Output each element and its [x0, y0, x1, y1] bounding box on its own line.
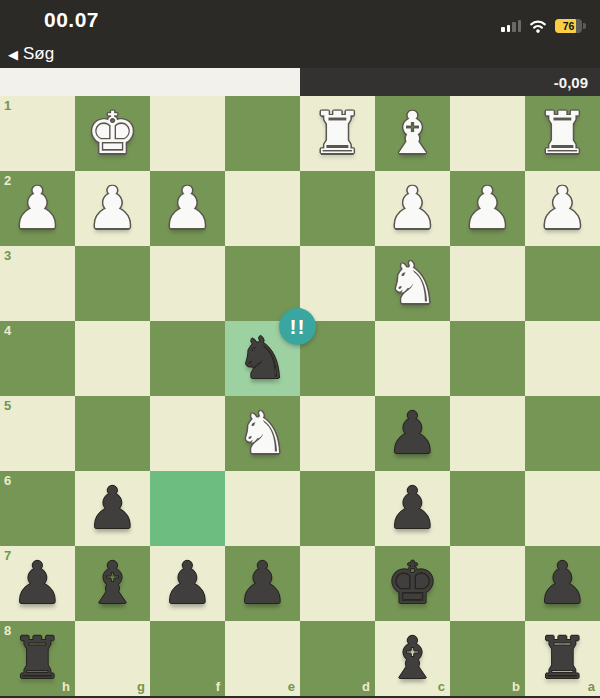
square-d3[interactable]	[300, 246, 375, 321]
black-pawn-f7: ♟	[150, 546, 225, 621]
battery-icon: 76	[555, 19, 582, 33]
square-c3[interactable]: ♞	[375, 246, 450, 321]
square-e6[interactable]	[225, 471, 300, 546]
square-g7[interactable]: ♝	[75, 546, 150, 621]
back-button[interactable]: ◀ Søg	[8, 44, 54, 64]
black-rook-h8: ♜	[0, 621, 75, 696]
square-a2[interactable]: ♟	[525, 171, 600, 246]
status-bar: 00.07 76 ◀ Søg	[0, 0, 600, 68]
system-icons: 76	[501, 18, 582, 34]
white-bishop-c1: ♝	[375, 96, 450, 171]
back-label: Søg	[23, 44, 54, 64]
chess-board: 1♚♜♝♜2♟♟♟♟♟♟3♞4♞!!5♞♟6♟♟7♟♝♟♟♚♟8h♜gfedc♝…	[0, 96, 600, 696]
square-f4[interactable]	[150, 321, 225, 396]
black-pawn-e7: ♟	[225, 546, 300, 621]
black-pawn-c6: ♟	[375, 471, 450, 546]
square-a8[interactable]: a♜	[525, 621, 600, 696]
square-h8[interactable]: 8h♜	[0, 621, 75, 696]
square-c8[interactable]: c♝	[375, 621, 450, 696]
square-d1[interactable]: ♜	[300, 96, 375, 171]
square-b4[interactable]	[450, 321, 525, 396]
white-knight-c3: ♞	[375, 246, 450, 321]
square-c6[interactable]: ♟	[375, 471, 450, 546]
square-b8[interactable]: b	[450, 621, 525, 696]
square-c5[interactable]: ♟	[375, 396, 450, 471]
white-pawn-b2: ♟	[450, 171, 525, 246]
black-pawn-c5: ♟	[375, 396, 450, 471]
square-d8[interactable]: d	[300, 621, 375, 696]
file-label-e: e	[288, 679, 295, 694]
square-a1[interactable]: ♜	[525, 96, 600, 171]
white-pawn-f2: ♟	[150, 171, 225, 246]
square-c7[interactable]: ♚	[375, 546, 450, 621]
file-label-f: f	[216, 679, 220, 694]
square-h7[interactable]: 7♟	[0, 546, 75, 621]
square-c1[interactable]: ♝	[375, 96, 450, 171]
square-h5[interactable]: 5	[0, 396, 75, 471]
battery-cap	[583, 23, 586, 29]
square-g3[interactable]	[75, 246, 150, 321]
black-king-c7: ♚	[375, 546, 450, 621]
rank-label-1: 1	[4, 98, 11, 113]
black-pawn-g6: ♟	[75, 471, 150, 546]
battery-percent: 76	[555, 19, 582, 33]
square-f6[interactable]	[150, 471, 225, 546]
square-f8[interactable]: f	[150, 621, 225, 696]
file-label-b: b	[512, 679, 520, 694]
black-pawn-a7: ♟	[525, 546, 600, 621]
square-h6[interactable]: 6	[0, 471, 75, 546]
square-h3[interactable]: 3	[0, 246, 75, 321]
square-d2[interactable]	[300, 171, 375, 246]
file-label-d: d	[362, 679, 370, 694]
square-e2[interactable]	[225, 171, 300, 246]
white-rook-a1: ♜	[525, 96, 600, 171]
square-b6[interactable]	[450, 471, 525, 546]
white-pawn-h2: ♟	[0, 171, 75, 246]
square-e8[interactable]: e	[225, 621, 300, 696]
back-chevron-icon: ◀	[8, 46, 18, 63]
square-f1[interactable]	[150, 96, 225, 171]
white-rook-d1: ♜	[300, 96, 375, 171]
evaluation-bar-white	[0, 68, 300, 96]
white-pawn-a2: ♟	[525, 171, 600, 246]
square-g8[interactable]: g	[75, 621, 150, 696]
square-e7[interactable]: ♟	[225, 546, 300, 621]
square-h2[interactable]: 2♟	[0, 171, 75, 246]
black-bishop-g7: ♝	[75, 546, 150, 621]
square-g2[interactable]: ♟	[75, 171, 150, 246]
square-b2[interactable]: ♟	[450, 171, 525, 246]
white-knight-e5: ♞	[225, 396, 300, 471]
square-g4[interactable]	[75, 321, 150, 396]
rank-label-5: 5	[4, 398, 11, 413]
square-d5[interactable]	[300, 396, 375, 471]
square-a3[interactable]	[525, 246, 600, 321]
evaluation-bar: -0,09	[0, 68, 600, 96]
wifi-icon	[528, 19, 548, 34]
square-c2[interactable]: ♟	[375, 171, 450, 246]
square-b1[interactable]	[450, 96, 525, 171]
square-a7[interactable]: ♟	[525, 546, 600, 621]
square-d7[interactable]	[300, 546, 375, 621]
square-f5[interactable]	[150, 396, 225, 471]
square-b5[interactable]	[450, 396, 525, 471]
square-h1[interactable]: 1	[0, 96, 75, 171]
evaluation-score: -0,09	[554, 68, 588, 96]
square-a5[interactable]	[525, 396, 600, 471]
cellular-signal-icon	[501, 20, 521, 32]
file-label-g: g	[137, 679, 145, 694]
square-a6[interactable]	[525, 471, 600, 546]
square-e4[interactable]: ♞!!	[225, 321, 300, 396]
square-a4[interactable]	[525, 321, 600, 396]
white-pawn-g2: ♟	[75, 171, 150, 246]
white-pawn-c2: ♟	[375, 171, 450, 246]
square-b7[interactable]	[450, 546, 525, 621]
square-g6[interactable]: ♟	[75, 471, 150, 546]
brilliant-move-badge: !!	[279, 308, 316, 345]
square-b3[interactable]	[450, 246, 525, 321]
rank-label-3: 3	[4, 248, 11, 263]
black-rook-a8: ♜	[525, 621, 600, 696]
square-f7[interactable]: ♟	[150, 546, 225, 621]
square-f2[interactable]: ♟	[150, 171, 225, 246]
square-g5[interactable]	[75, 396, 150, 471]
square-d6[interactable]	[300, 471, 375, 546]
black-pawn-h7: ♟	[0, 546, 75, 621]
black-bishop-c8: ♝	[375, 621, 450, 696]
square-g1[interactable]: ♚	[75, 96, 150, 171]
square-c4[interactable]	[375, 321, 450, 396]
rank-label-6: 6	[4, 473, 11, 488]
square-e5[interactable]: ♞	[225, 396, 300, 471]
status-clock: 00.07	[44, 8, 99, 32]
square-h4[interactable]: 4	[0, 321, 75, 396]
rank-label-4: 4	[4, 323, 11, 338]
white-king-g1: ♚	[75, 96, 150, 171]
square-f3[interactable]	[150, 246, 225, 321]
square-e1[interactable]	[225, 96, 300, 171]
